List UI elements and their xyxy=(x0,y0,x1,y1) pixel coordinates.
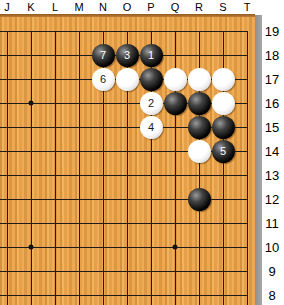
stone-white xyxy=(116,68,139,91)
stone-white: 6 xyxy=(92,68,115,91)
hoshi-point xyxy=(29,245,34,250)
go-diagram: JKLMNOPQRST 7316245 19181716151413121110… xyxy=(0,0,284,305)
row-label: 11 xyxy=(262,216,282,231)
row-label: 19 xyxy=(262,24,282,39)
column-label: J xyxy=(4,0,10,14)
row-label: 10 xyxy=(262,240,282,255)
row-label: 14 xyxy=(262,144,282,159)
stone-white xyxy=(164,68,187,91)
row-label: 13 xyxy=(262,168,282,183)
hoshi-point xyxy=(173,245,178,250)
move-number: 2 xyxy=(148,98,154,109)
row-label: 17 xyxy=(262,72,282,87)
stone-black xyxy=(188,116,211,139)
column-label: N xyxy=(99,0,107,14)
row-labels: 1918171615141312111098 xyxy=(262,14,284,305)
column-label: K xyxy=(27,0,34,14)
column-label: L xyxy=(52,0,58,14)
column-label: R xyxy=(195,0,203,14)
row-label: 12 xyxy=(262,192,282,207)
stone-white xyxy=(212,68,235,91)
stone-black: 7 xyxy=(92,44,115,67)
stone-black xyxy=(164,92,187,115)
column-label: Q xyxy=(171,0,180,14)
board-shadow xyxy=(255,15,262,305)
stone-black xyxy=(188,188,211,211)
move-number: 3 xyxy=(124,50,130,61)
row-label: 15 xyxy=(262,120,282,135)
row-label: 18 xyxy=(262,48,282,63)
row-label: 16 xyxy=(262,96,282,111)
stone-black xyxy=(140,68,163,91)
column-labels: JKLMNOPQRST xyxy=(0,0,262,14)
column-label: M xyxy=(74,0,83,14)
row-label: 8 xyxy=(262,288,282,303)
move-number: 5 xyxy=(220,146,226,157)
stone-white xyxy=(212,92,235,115)
board-top-edge xyxy=(0,14,255,17)
stone-black: 5 xyxy=(212,140,235,163)
row-label: 9 xyxy=(262,264,282,279)
stone-black xyxy=(188,92,211,115)
move-number: 4 xyxy=(148,122,154,133)
stone-black xyxy=(212,116,235,139)
move-number: 6 xyxy=(100,74,106,85)
stone-white: 2 xyxy=(140,92,163,115)
stone-black: 3 xyxy=(116,44,139,67)
column-label: T xyxy=(244,0,251,14)
stone-black: 1 xyxy=(140,44,163,67)
stone-white xyxy=(188,68,211,91)
move-number: 1 xyxy=(148,50,154,61)
go-board[interactable]: 7316245 xyxy=(0,14,255,305)
column-label: S xyxy=(219,0,226,14)
hoshi-point xyxy=(29,101,34,106)
stones-grid: 7316245 xyxy=(0,19,255,305)
column-label: P xyxy=(147,0,154,14)
stone-white: 4 xyxy=(140,116,163,139)
move-number: 7 xyxy=(100,50,106,61)
stone-white xyxy=(188,140,211,163)
column-label: O xyxy=(123,0,132,14)
